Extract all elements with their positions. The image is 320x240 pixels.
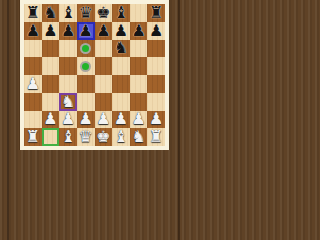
square-h3[interactable]: [147, 93, 165, 111]
piece-black-rook: ♜: [26, 5, 40, 21]
piece-white-pawn: ♟: [131, 111, 145, 127]
square-h5[interactable]: [147, 57, 165, 75]
square-c5[interactable]: [59, 57, 77, 75]
square-a6[interactable]: [24, 40, 42, 58]
piece-white-bishop: ♝: [114, 129, 128, 145]
piece-white-rook: ♜: [26, 129, 40, 145]
square-e2[interactable]: ♟: [95, 111, 113, 129]
square-g2[interactable]: ♟: [130, 111, 148, 129]
square-h6[interactable]: [147, 40, 165, 58]
piece-white-king: ♚: [96, 129, 110, 145]
square-d6[interactable]: [77, 40, 95, 58]
square-e4[interactable]: [95, 75, 113, 93]
square-d5[interactable]: [77, 57, 95, 75]
square-g8[interactable]: [130, 4, 148, 22]
square-h2[interactable]: ♟: [147, 111, 165, 129]
square-d7[interactable]: ♟: [77, 22, 95, 40]
square-a2[interactable]: [24, 111, 42, 129]
piece-black-knight: ♞: [43, 5, 57, 21]
square-c2[interactable]: ♟: [59, 111, 77, 129]
square-c8[interactable]: ♝: [59, 4, 77, 22]
piece-black-rook: ♜: [149, 5, 163, 21]
square-b1[interactable]: [42, 128, 60, 146]
square-b7[interactable]: ♟: [42, 22, 60, 40]
square-a8[interactable]: ♜: [24, 4, 42, 22]
piece-white-pawn: ♟: [26, 76, 40, 92]
square-a3[interactable]: [24, 93, 42, 111]
square-e7[interactable]: ♟: [95, 22, 113, 40]
square-e5[interactable]: [95, 57, 113, 75]
piece-white-pawn: ♟: [61, 111, 75, 127]
piece-white-queen: ♛: [79, 129, 93, 145]
piece-white-pawn: ♟: [96, 111, 110, 127]
square-a4[interactable]: ♟: [24, 75, 42, 93]
legal-move-hint-dot[interactable]: [82, 63, 89, 70]
square-h8[interactable]: ♜: [147, 4, 165, 22]
square-d8[interactable]: ♛: [77, 4, 95, 22]
square-e6[interactable]: [95, 40, 113, 58]
piece-black-pawn: ♟: [26, 23, 40, 39]
square-e3[interactable]: [95, 93, 113, 111]
piece-black-queen: ♛: [79, 5, 93, 21]
square-g3[interactable]: [130, 93, 148, 111]
piece-white-knight: ♞: [131, 129, 145, 145]
legal-move-hint-dot[interactable]: [82, 45, 89, 52]
square-a5[interactable]: [24, 57, 42, 75]
piece-black-king: ♚: [96, 5, 110, 21]
piece-white-pawn: ♟: [79, 111, 93, 127]
square-f1[interactable]: ♝: [112, 128, 130, 146]
square-e8[interactable]: ♚: [95, 4, 113, 22]
square-d3[interactable]: [77, 93, 95, 111]
piece-white-pawn: ♟: [149, 111, 163, 127]
square-d4[interactable]: [77, 75, 95, 93]
square-a1[interactable]: ♜: [24, 128, 42, 146]
piece-white-rook: ♜: [149, 129, 163, 145]
square-e1[interactable]: ♚: [95, 128, 113, 146]
piece-white-knight: ♞: [61, 94, 75, 110]
square-c6[interactable]: [59, 40, 77, 58]
piece-white-pawn: ♟: [43, 111, 57, 127]
square-f2[interactable]: ♟: [112, 111, 130, 129]
square-f7[interactable]: ♟: [112, 22, 130, 40]
piece-black-pawn: ♟: [79, 23, 93, 39]
square-c3[interactable]: ♞: [59, 93, 77, 111]
square-a7[interactable]: ♟: [24, 22, 42, 40]
piece-black-pawn: ♟: [114, 23, 128, 39]
square-b6[interactable]: [42, 40, 60, 58]
board-grid: ♜♞♝♛♚♝♜♟♟♟♟♟♟♟♟♞♟♞♟♟♟♟♟♟♟♜♝♛♚♝♞♜: [24, 4, 165, 146]
square-b3[interactable]: [42, 93, 60, 111]
square-b2[interactable]: ♟: [42, 111, 60, 129]
square-g4[interactable]: [130, 75, 148, 93]
square-f8[interactable]: ♝: [112, 4, 130, 22]
square-b4[interactable]: [42, 75, 60, 93]
square-g6[interactable]: [130, 40, 148, 58]
piece-white-bishop: ♝: [61, 129, 75, 145]
square-b5[interactable]: [42, 57, 60, 75]
piece-black-pawn: ♟: [43, 23, 57, 39]
square-h1[interactable]: ♜: [147, 128, 165, 146]
square-f4[interactable]: [112, 75, 130, 93]
square-f6[interactable]: ♞: [112, 40, 130, 58]
square-d2[interactable]: ♟: [77, 111, 95, 129]
square-f5[interactable]: [112, 57, 130, 75]
square-f3[interactable]: [112, 93, 130, 111]
square-d1[interactable]: ♛: [77, 128, 95, 146]
piece-white-pawn: ♟: [114, 111, 128, 127]
piece-black-pawn: ♟: [131, 23, 145, 39]
piece-black-bishop: ♝: [114, 5, 128, 21]
square-h4[interactable]: [147, 75, 165, 93]
square-g7[interactable]: ♟: [130, 22, 148, 40]
square-c1[interactable]: ♝: [59, 128, 77, 146]
square-b8[interactable]: ♞: [42, 4, 60, 22]
square-c4[interactable]: [59, 75, 77, 93]
square-c7[interactable]: ♟: [59, 22, 77, 40]
piece-black-bishop: ♝: [61, 5, 75, 21]
square-h7[interactable]: ♟: [147, 22, 165, 40]
square-g1[interactable]: ♞: [130, 128, 148, 146]
piece-black-pawn: ♟: [149, 23, 163, 39]
square-g5[interactable]: [130, 57, 148, 75]
piece-black-pawn: ♟: [96, 23, 110, 39]
chess-board: ♜♞♝♛♚♝♜♟♟♟♟♟♟♟♟♞♟♞♟♟♟♟♟♟♟♜♝♛♚♝♞♜: [20, 0, 169, 150]
piece-black-pawn: ♟: [61, 23, 75, 39]
piece-black-knight: ♞: [114, 40, 128, 56]
